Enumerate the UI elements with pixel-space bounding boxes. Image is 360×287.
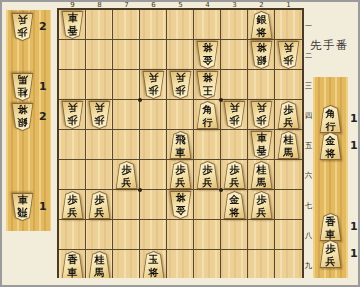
piece-kanji: 桂馬 [11,74,34,98]
piece-kanji-char: 歩 [284,104,294,115]
file-label: 7 [113,2,140,9]
shogi-piece[interactable]: 角行 [196,101,219,129]
piece-kanji: 歩兵 [277,42,300,66]
piece-kanji-char: 歩 [18,27,28,38]
piece-kanji-char: 将 [326,148,336,159]
piece-kanji: 歩兵 [250,102,273,126]
hoshi-dot [138,188,142,192]
board-square[interactable] [59,130,86,160]
gote-hand-tray: 歩兵2桂馬1銀将2飛車1 [6,10,51,231]
piece-kanji-char: 兵 [18,14,28,25]
shogi-piece[interactable]: 歩兵 [115,161,138,189]
piece-kanji-char: 車 [257,132,267,143]
shogi-piece[interactable]: 歩兵 [169,161,192,189]
shogi-piece[interactable]: 歩兵 [223,101,246,129]
hand-slot: 飛車1 [6,192,51,222]
piece-kanji-char: 桂 [18,87,28,98]
shogi-piece[interactable]: 歩兵 [61,191,84,219]
shogi-piece[interactable]: 金将 [223,191,246,219]
file-label: 1 [275,2,302,9]
file-label: 8 [86,2,113,9]
piece-kanji-char: 馬 [284,147,294,158]
shogi-piece[interactable]: 銀将 [250,11,273,39]
piece-kanji-char: 兵 [257,102,267,113]
file-label: 4 [194,2,221,9]
piece-kanji-char: 馬 [257,177,267,188]
piece-kanji: 金将 [319,135,342,159]
piece-kanji: 歩兵 [88,194,111,218]
file-label: 9 [59,2,86,9]
shogi-piece[interactable]: 香車 [61,11,84,39]
piece-kanji-char: 車 [176,147,186,158]
hand-slot: 香車1 [313,212,359,239]
hand-slot: 桂馬1 [6,72,51,102]
board-square[interactable] [113,220,140,250]
piece-kanji: 歩兵 [169,72,192,96]
piece-kanji-char: 歩 [326,243,336,254]
board-square[interactable] [194,10,221,40]
board-square[interactable] [140,40,167,70]
piece-kanji-char: 車 [18,194,28,205]
piece-kanji-char: 将 [149,267,159,278]
piece-kanji-char: 将 [257,27,267,38]
board-square[interactable] [140,100,167,130]
board-square[interactable] [167,10,194,40]
piece-kanji-char: 兵 [122,177,132,188]
piece-kanji: 歩兵 [11,14,34,38]
board-square[interactable] [194,250,221,280]
piece-kanji-char: 角 [326,108,336,119]
shogi-piece[interactable]: 桂馬 [88,251,111,279]
piece-kanji-char: 香 [68,25,78,36]
piece-kanji-char: 歩 [95,194,105,205]
hand-count: 1 [350,220,358,233]
piece-kanji: 王将 [196,72,219,96]
board-square[interactable] [86,220,113,250]
piece-kanji-char: 銀 [18,117,28,128]
piece-kanji: 香車 [319,216,342,240]
piece-kanji: 銀将 [11,104,34,128]
rank-label: 九 [303,261,314,271]
piece-kanji-char: 歩 [230,115,240,126]
piece-kanji-char: 香 [257,145,267,156]
shogi-piece[interactable]: 角行 [319,105,342,133]
piece-kanji-char: 桂 [284,134,294,145]
piece-kanji-char: 兵 [284,42,294,53]
hand-slot: 銀将2 [6,102,51,132]
piece-kanji-char: 将 [203,72,213,83]
hand-slot: 歩兵1 [313,239,359,266]
board-square[interactable] [59,220,86,250]
piece-kanji-char: 兵 [284,117,294,128]
piece-kanji: 歩兵 [61,102,84,126]
piece-kanji: 桂馬 [88,254,111,278]
board-square[interactable] [86,40,113,70]
piece-kanji-char: 歩 [68,194,78,205]
piece-kanji-char: 兵 [95,102,105,113]
hand-count: 2 [39,20,47,33]
board-square[interactable] [59,40,86,70]
rank-label: 六 [303,171,314,181]
shogi-piece[interactable]: 歩兵 [223,161,246,189]
hand-slot: 歩兵2 [6,12,51,42]
board-square[interactable] [86,70,113,100]
piece-kanji-char: 桂 [95,254,105,265]
shogi-piece[interactable]: 歩兵 [61,101,84,129]
hand-count: 1 [39,200,47,213]
piece-kanji-char: 銀 [257,14,267,25]
piece-kanji-char: 金 [203,55,213,66]
hand-slot: 角行1 [313,104,359,131]
file-label: 6 [140,2,167,9]
board-square[interactable] [140,220,167,250]
shogi-piece[interactable]: 歩兵 [250,191,273,219]
piece-kanji: 角行 [319,108,342,132]
shogi-piece[interactable]: 金将 [319,132,342,160]
board-square[interactable] [167,250,194,280]
shogi-piece[interactable]: 香車 [250,131,273,159]
board-square[interactable] [167,220,194,250]
board-square[interactable] [194,130,221,160]
piece-kanji-char: 車 [68,12,78,23]
piece-kanji-char: 将 [257,42,267,53]
board-square[interactable] [275,190,302,220]
piece-kanji: 銀将 [250,42,273,66]
piece-kanji-char: 香 [326,216,336,227]
piece-kanji-char: 将 [176,192,186,203]
piece-kanji: 玉将 [142,254,165,278]
hand-count: 1 [350,247,358,260]
piece-kanji-char: 角 [203,104,213,115]
board-square[interactable] [113,70,140,100]
board-square[interactable] [275,250,302,280]
shogi-piece[interactable]: 王将 [196,71,219,99]
piece-kanji: 桂馬 [277,134,300,158]
shogi-piece[interactable]: 歩兵 [277,101,300,129]
piece-kanji: 歩兵 [61,194,84,218]
shogi-piece[interactable]: 玉将 [142,251,165,279]
shogi-piece[interactable]: 歩兵 [11,13,34,41]
board-square[interactable] [140,130,167,160]
piece-kanji-char: 歩 [230,164,240,175]
board-square[interactable] [59,70,86,100]
board-square[interactable] [221,70,248,100]
board-square[interactable] [275,10,302,40]
piece-kanji-char: 王 [203,85,213,96]
piece-kanji-char: 行 [203,117,213,128]
piece-kanji-char: 兵 [149,72,159,83]
piece-kanji: 歩兵 [277,104,300,128]
board-square[interactable] [275,160,302,190]
rank-label: 七 [303,201,314,211]
piece-kanji: 飛車 [11,194,34,218]
shogi-piece[interactable]: 金将 [169,191,192,219]
piece-kanji-char: 歩 [203,164,213,175]
piece-kanji-char: 兵 [230,177,240,188]
rank-label: 五 [303,141,314,151]
piece-kanji-char: 将 [18,104,28,115]
piece-kanji-char: 兵 [176,72,186,83]
shogi-piece[interactable]: 歩兵 [142,71,165,99]
shogi-piece[interactable]: 銀将 [250,41,273,69]
board-square[interactable] [86,160,113,190]
piece-kanji: 銀将 [250,14,273,38]
board-square[interactable] [194,220,221,250]
board-square[interactable] [113,190,140,220]
piece-kanji-char: 兵 [68,207,78,218]
rank-label: 八 [303,231,314,241]
piece-kanji: 歩兵 [223,164,246,188]
piece-kanji-char: 兵 [203,177,213,188]
shogi-board: 香車銀将金将銀将歩兵歩兵歩兵王将歩兵歩兵角行歩兵歩兵歩兵飛車香車桂馬歩兵歩兵歩兵… [57,8,304,282]
board-square[interactable] [140,190,167,220]
piece-kanji-char: 銀 [257,55,267,66]
piece-kanji: 香車 [61,12,84,36]
board-square[interactable] [167,40,194,70]
shogi-piece[interactable]: 金将 [196,41,219,69]
shogi-piece[interactable]: 桂馬 [277,131,300,159]
board-square[interactable] [86,130,113,160]
piece-kanji-char: 歩 [95,115,105,126]
shogi-app-window: 歩兵2桂馬1銀将2飛車1 香車銀将金将銀将歩兵歩兵歩兵王将歩兵歩兵角行歩兵歩兵歩… [0,0,360,287]
piece-kanji: 飛車 [169,134,192,158]
hand-count: 1 [350,112,358,125]
piece-kanji-char: 馬 [18,74,28,85]
piece-kanji: 歩兵 [142,72,165,96]
piece-kanji-char: 兵 [95,207,105,218]
board-square[interactable] [140,160,167,190]
hand-count: 1 [39,80,47,93]
shogi-piece[interactable]: 香車 [61,251,84,279]
rank-label: 四 [303,111,314,121]
rank-label: 三 [303,81,314,91]
shogi-piece[interactable]: 桂馬 [250,161,273,189]
piece-kanji-char: 兵 [176,177,186,188]
piece-kanji: 金将 [196,42,219,66]
shogi-piece[interactable]: 銀将 [11,103,34,131]
piece-kanji: 香車 [250,132,273,156]
piece-kanji-char: 歩 [68,115,78,126]
rank-label: 二 [303,51,314,61]
piece-kanji: 歩兵 [319,243,342,267]
board-square[interactable] [248,70,275,100]
piece-kanji-char: 将 [203,42,213,53]
sente-hand-tray: 角行1金将1香車1歩兵1 [313,77,359,280]
piece-kanji-char: 金 [230,194,240,205]
hand-count: 1 [350,139,358,152]
piece-kanji-char: 歩 [149,85,159,96]
board-square[interactable] [221,40,248,70]
board-square[interactable] [86,10,113,40]
piece-kanji-char: 歩 [257,115,267,126]
piece-kanji-char: 将 [230,207,240,218]
board-square[interactable] [221,250,248,280]
file-label: 3 [221,2,248,9]
board-square[interactable] [113,130,140,160]
shogi-piece[interactable]: 歩兵 [319,240,342,268]
board-square[interactable] [113,100,140,130]
hand-slot: 金将1 [313,131,359,158]
piece-kanji: 歩兵 [115,164,138,188]
piece-kanji: 歩兵 [223,102,246,126]
piece-kanji-char: 玉 [149,254,159,265]
shogi-piece[interactable]: 歩兵 [277,41,300,69]
shogi-piece[interactable]: 飛車 [169,131,192,159]
board-square[interactable] [221,130,248,160]
shogi-piece[interactable]: 歩兵 [169,71,192,99]
piece-kanji-char: 飛 [176,134,186,145]
shogi-piece[interactable]: 歩兵 [88,191,111,219]
piece-kanji: 香車 [61,254,84,278]
piece-kanji: 金将 [169,192,192,216]
piece-kanji-char: 香 [68,254,78,265]
board-square[interactable] [275,220,302,250]
bottom-margin [2,278,358,285]
piece-kanji-char: 馬 [95,267,105,278]
piece-kanji-char: 飛 [18,207,28,218]
board-square[interactable] [275,70,302,100]
board-square[interactable] [167,100,194,130]
piece-kanji-char: 歩 [122,164,132,175]
piece-kanji: 金将 [223,194,246,218]
board-square[interactable] [140,10,167,40]
shogi-piece[interactable]: 歩兵 [196,161,219,189]
piece-kanji: 歩兵 [88,102,111,126]
piece-kanji-char: 歩 [176,85,186,96]
board-square[interactable] [248,250,275,280]
piece-kanji: 歩兵 [250,194,273,218]
piece-kanji-char: 兵 [326,256,336,267]
piece-kanji: 桂馬 [250,164,273,188]
piece-kanji-char: 歩 [284,55,294,66]
board-square[interactable] [113,250,140,280]
board-square[interactable] [113,10,140,40]
shogi-piece[interactable]: 桂馬 [11,73,34,101]
piece-kanji: 角行 [196,104,219,128]
piece-kanji: 歩兵 [196,164,219,188]
board-square[interactable] [113,40,140,70]
piece-kanji-char: 歩 [176,164,186,175]
piece-kanji-char: 兵 [230,102,240,113]
board-square[interactable] [248,220,275,250]
piece-kanji-char: 桂 [257,164,267,175]
shogi-piece[interactable]: 飛車 [11,193,34,221]
shogi-piece[interactable]: 香車 [319,213,342,241]
hand-count: 2 [39,110,47,123]
shogi-piece[interactable]: 歩兵 [250,101,273,129]
shogi-piece[interactable]: 歩兵 [88,101,111,129]
rank-label: 一 [303,21,314,31]
piece-kanji-char: 兵 [257,207,267,218]
turn-indicator: 先手番 [310,38,349,53]
board-square[interactable] [194,190,221,220]
board-square[interactable] [59,160,86,190]
piece-kanji-char: 金 [176,205,186,216]
file-label: 2 [248,2,275,9]
piece-kanji-char: 歩 [257,194,267,205]
board-square[interactable] [221,10,248,40]
piece-kanji: 歩兵 [169,164,192,188]
board-square[interactable] [221,220,248,250]
piece-kanji-char: 兵 [68,102,78,113]
piece-kanji-char: 金 [326,135,336,146]
piece-kanji-char: 車 [68,267,78,278]
file-label: 5 [167,2,194,9]
